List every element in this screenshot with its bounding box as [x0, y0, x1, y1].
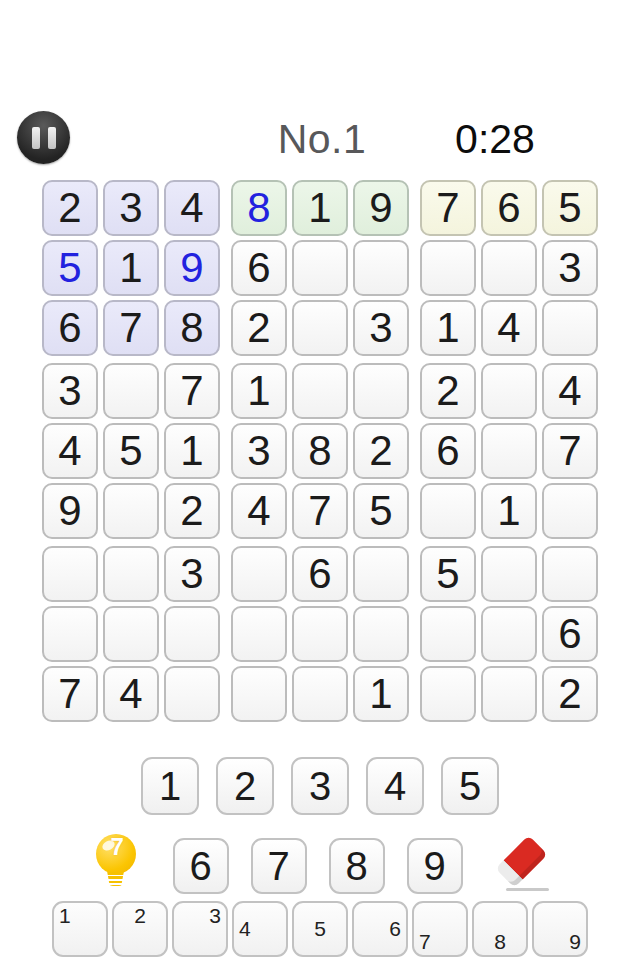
notes-button-2[interactable]: 2	[112, 901, 168, 957]
grid-cell-r9c7[interactable]	[420, 666, 476, 722]
notes-button-4[interactable]: 4	[232, 901, 288, 957]
grid-cell-r3c4[interactable]: 2	[231, 300, 287, 356]
grid-cell-r2c5[interactable]	[292, 240, 348, 296]
hint-count-badge: 7	[111, 833, 124, 861]
grid-cell-r2c6[interactable]	[353, 240, 409, 296]
grid-cell-r1c6[interactable]: 9	[353, 180, 409, 236]
eraser-icon	[495, 835, 547, 887]
sudoku-app-screen: No.1 0:28 234819765519636782314371244513…	[0, 0, 640, 960]
grid-cell-r7c7[interactable]: 5	[420, 546, 476, 602]
grid-cell-r4c7[interactable]: 2	[420, 363, 476, 419]
board-row: 37124	[42, 363, 598, 419]
lightbulb-base	[107, 872, 125, 886]
grid-cell-r1c5[interactable]: 1	[292, 180, 348, 236]
grid-cell-r5c5[interactable]: 8	[292, 423, 348, 479]
sudoku-board: 2348197655196367823143712445138267924751…	[42, 180, 598, 722]
grid-cell-r7c8[interactable]	[481, 546, 537, 602]
grid-cell-r6c5[interactable]: 7	[292, 483, 348, 539]
grid-cell-r3c6[interactable]: 3	[353, 300, 409, 356]
pause-icon	[48, 127, 56, 149]
grid-cell-r3c1[interactable]: 6	[42, 300, 98, 356]
grid-cell-r5c9[interactable]: 7	[542, 423, 598, 479]
grid-cell-r6c9[interactable]	[542, 483, 598, 539]
grid-cell-r1c8[interactable]: 6	[481, 180, 537, 236]
grid-cell-r4c9[interactable]: 4	[542, 363, 598, 419]
grid-cell-r5c8[interactable]	[481, 423, 537, 479]
grid-cell-r4c2[interactable]	[103, 363, 159, 419]
numpad-button-9[interactable]: 9	[407, 838, 463, 894]
grid-cell-r2c1[interactable]: 5	[42, 240, 98, 296]
grid-cell-r7c1[interactable]	[42, 546, 98, 602]
grid-cell-r9c2[interactable]: 4	[103, 666, 159, 722]
grid-cell-r3c8[interactable]: 4	[481, 300, 537, 356]
grid-cell-r5c4[interactable]: 3	[231, 423, 287, 479]
grid-cell-r8c6[interactable]	[353, 606, 409, 662]
grid-cell-r5c7[interactable]: 6	[420, 423, 476, 479]
grid-cell-r8c1[interactable]	[42, 606, 98, 662]
grid-cell-r2c2[interactable]: 1	[103, 240, 159, 296]
board-row: 6782314	[42, 300, 598, 356]
grid-cell-r2c9[interactable]: 3	[542, 240, 598, 296]
grid-cell-r1c3[interactable]: 4	[164, 180, 220, 236]
grid-cell-r7c5[interactable]: 6	[292, 546, 348, 602]
notes-button-7[interactable]: 7	[412, 901, 468, 957]
pause-icon	[32, 127, 40, 149]
grid-cell-r5c1[interactable]: 4	[42, 423, 98, 479]
grid-cell-r3c9[interactable]	[542, 300, 598, 356]
grid-cell-r6c3[interactable]: 2	[164, 483, 220, 539]
grid-cell-r2c7[interactable]	[420, 240, 476, 296]
grid-cell-r4c1[interactable]: 3	[42, 363, 98, 419]
grid-cell-r8c3[interactable]	[164, 606, 220, 662]
pause-button[interactable]	[17, 111, 70, 164]
grid-cell-r7c9[interactable]	[542, 546, 598, 602]
grid-cell-r5c3[interactable]: 1	[164, 423, 220, 479]
grid-cell-r2c3[interactable]: 9	[164, 240, 220, 296]
grid-cell-r4c5[interactable]	[292, 363, 348, 419]
grid-cell-r3c3[interactable]: 8	[164, 300, 220, 356]
grid-cell-r1c1[interactable]: 2	[42, 180, 98, 236]
grid-cell-r4c3[interactable]: 7	[164, 363, 220, 419]
notes-button-3[interactable]: 3	[172, 901, 228, 957]
board-row: 6	[42, 606, 598, 662]
grid-cell-r7c3[interactable]: 3	[164, 546, 220, 602]
grid-cell-r6c1[interactable]: 9	[42, 483, 98, 539]
grid-cell-r7c4[interactable]	[231, 546, 287, 602]
grid-cell-r5c2[interactable]: 5	[103, 423, 159, 479]
notes-pad: 123456789	[0, 901, 640, 957]
grid-cell-r8c2[interactable]	[103, 606, 159, 662]
grid-cell-r8c9[interactable]: 6	[542, 606, 598, 662]
grid-cell-r6c4[interactable]: 4	[231, 483, 287, 539]
grid-cell-r6c2[interactable]	[103, 483, 159, 539]
grid-cell-r6c7[interactable]	[420, 483, 476, 539]
grid-cell-r6c6[interactable]: 5	[353, 483, 409, 539]
board-row: 45138267	[42, 423, 598, 479]
grid-cell-r4c4[interactable]: 1	[231, 363, 287, 419]
notes-button-1[interactable]: 1	[52, 901, 108, 957]
board-row: 51963	[42, 240, 598, 296]
notes-button-6[interactable]: 6	[352, 901, 408, 957]
numpad-button-5[interactable]: 5	[441, 757, 499, 815]
grid-cell-r1c4[interactable]: 8	[231, 180, 287, 236]
grid-cell-r9c1[interactable]: 7	[42, 666, 98, 722]
grid-cell-r7c2[interactable]	[103, 546, 159, 602]
board-row: 365	[42, 546, 598, 602]
numpad-button-7[interactable]: 7	[251, 838, 307, 894]
board-row: 924751	[42, 483, 598, 539]
numpad-button-6[interactable]: 6	[173, 838, 229, 894]
number-pad-row-2: 7 6789	[0, 832, 640, 900]
eraser-underline	[506, 888, 549, 891]
grid-cell-r1c9[interactable]: 5	[542, 180, 598, 236]
numpad-button-4[interactable]: 4	[366, 757, 424, 815]
grid-cell-r8c4[interactable]	[231, 606, 287, 662]
number-pad-6-9: 6789	[173, 832, 463, 894]
hint-button[interactable]: 7	[91, 832, 141, 900]
grid-cell-r1c7[interactable]: 7	[420, 180, 476, 236]
numpad-button-8[interactable]: 8	[329, 838, 385, 894]
notes-button-9[interactable]: 9	[532, 901, 588, 957]
numpad-button-2[interactable]: 2	[216, 757, 274, 815]
grid-cell-r9c6[interactable]: 1	[353, 666, 409, 722]
puzzle-number-label: No.1	[232, 116, 412, 163]
erase-button[interactable]	[494, 832, 550, 898]
grid-cell-r9c9[interactable]: 2	[542, 666, 598, 722]
grid-cell-r2c8[interactable]	[481, 240, 537, 296]
grid-cell-r3c2[interactable]: 7	[103, 300, 159, 356]
numpad-button-1[interactable]: 1	[141, 757, 199, 815]
timer: 0:28	[430, 116, 560, 163]
grid-cell-r8c5[interactable]	[292, 606, 348, 662]
grid-cell-r7c6[interactable]	[353, 546, 409, 602]
grid-cell-r6c8[interactable]: 1	[481, 483, 537, 539]
grid-cell-r5c6[interactable]: 2	[353, 423, 409, 479]
notes-button-5[interactable]: 5	[292, 901, 348, 957]
grid-cell-r1c2[interactable]: 3	[103, 180, 159, 236]
board-row: 7412	[42, 666, 598, 722]
grid-cell-r2c4[interactable]: 6	[231, 240, 287, 296]
grid-cell-r4c8[interactable]	[481, 363, 537, 419]
numpad-button-3[interactable]: 3	[291, 757, 349, 815]
grid-cell-r9c8[interactable]	[481, 666, 537, 722]
notes-button-8[interactable]: 8	[472, 901, 528, 957]
grid-cell-r8c7[interactable]	[420, 606, 476, 662]
grid-cell-r9c3[interactable]	[164, 666, 220, 722]
grid-cell-r3c5[interactable]	[292, 300, 348, 356]
header: No.1 0:28	[0, 0, 640, 180]
grid-cell-r8c8[interactable]	[481, 606, 537, 662]
board-row: 234819765	[42, 180, 598, 236]
grid-cell-r9c5[interactable]	[292, 666, 348, 722]
grid-cell-r9c4[interactable]	[231, 666, 287, 722]
grid-cell-r4c6[interactable]	[353, 363, 409, 419]
grid-cell-r3c7[interactable]: 1	[420, 300, 476, 356]
number-pad-row-1: 12345	[0, 757, 640, 815]
